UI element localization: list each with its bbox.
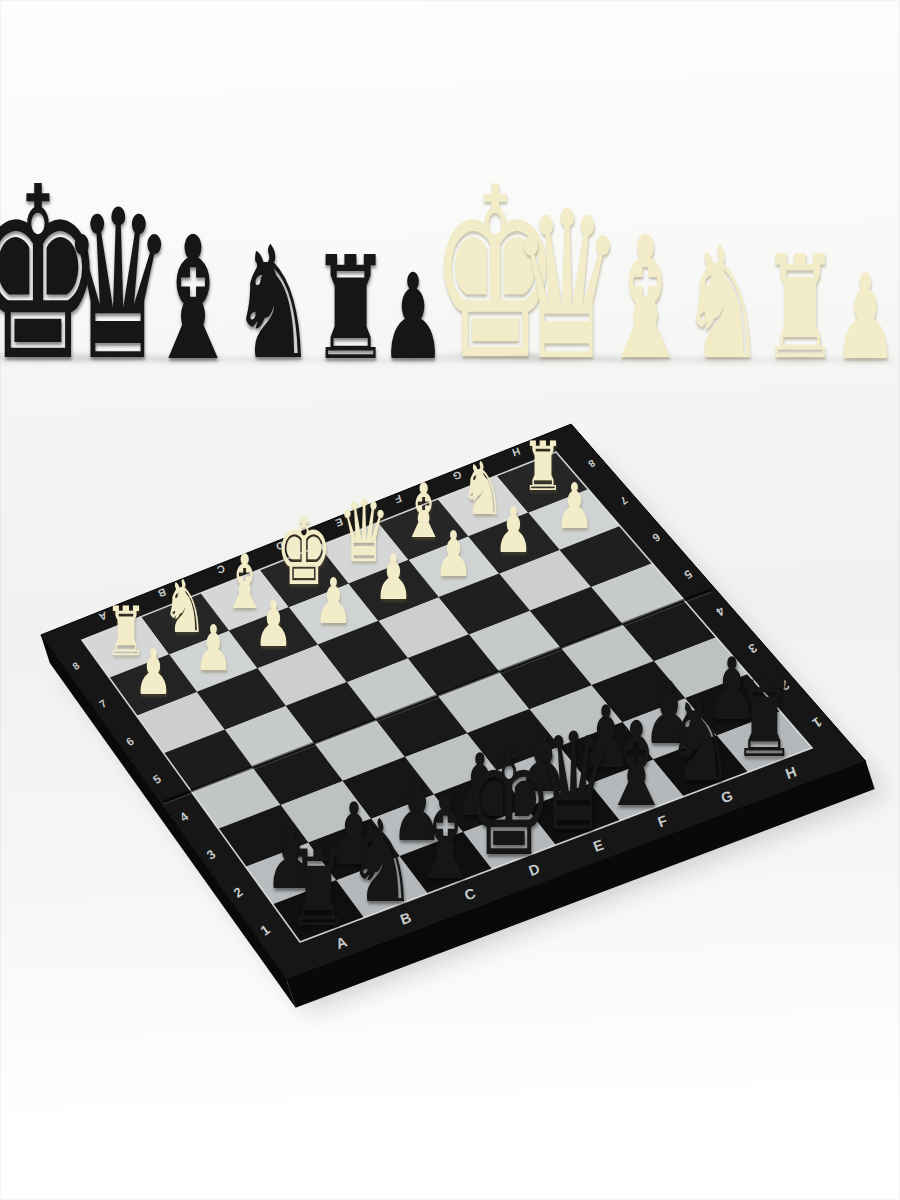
photo-canvas: AABBCCDDEEFFGGHH1122334455667788 ♚♛♝♞♜♟♚… [0,0,900,1200]
product-photo-page: { "game": "chess", "description": "Magne… [0,0,900,1200]
chess-board: AABBCCDDEEFFGGHH1122334455667788 [0,0,900,1200]
